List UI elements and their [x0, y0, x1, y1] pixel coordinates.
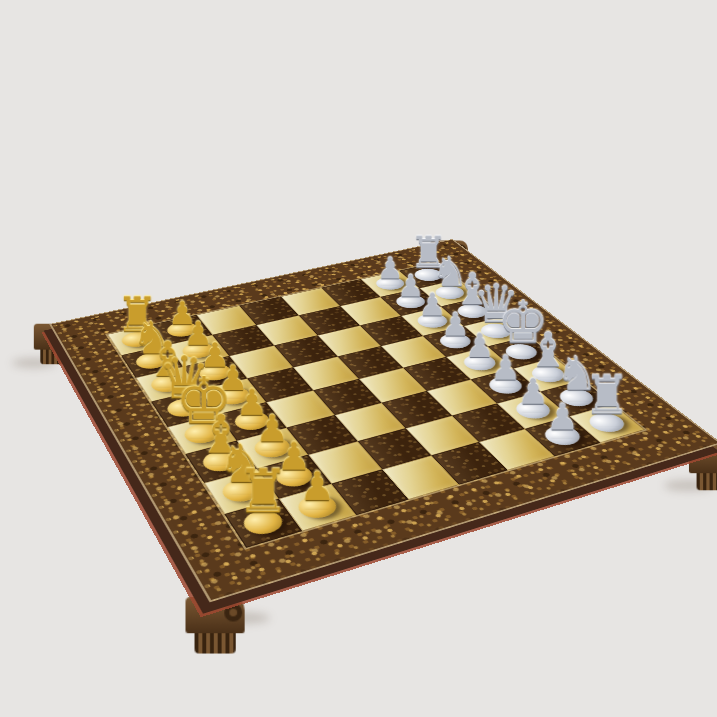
piece-white-rook: ♜	[233, 462, 293, 522]
foot-flutes	[194, 633, 236, 654]
foot-flutes	[696, 473, 717, 490]
piece-black-pawn: ♟	[535, 398, 589, 435]
studio-backdrop: ♜♟♟♜♞♟♟♞♝♟♟♝♛♟♟♛♚♟♟♚♝♟♟♝♞♟♟♞♜♟♟♜	[0, 0, 717, 717]
board-foot-right	[688, 442, 717, 490]
board-grid: ♜♟♟♜♞♟♟♞♝♟♟♝♛♟♟♛♚♟♟♚♝♟♟♝♞♟♟♞♜♟♟♜	[107, 262, 644, 547]
foot-scroll-icon	[185, 597, 244, 633]
piece-white-pawn: ♟	[288, 466, 347, 506]
foot-scroll-icon	[688, 442, 717, 472]
foot-flutes	[40, 349, 70, 364]
scene: ♜♟♟♜♞♟♟♞♝♟♟♝♛♟♟♛♚♟♟♚♝♟♟♝♞♟♟♞♜♟♟♜	[0, 0, 717, 717]
chess-board: ♜♟♟♜♞♟♟♞♝♟♟♝♛♟♟♛♚♟♟♚♝♟♟♝♞♟♟♞♜♟♟♜	[49, 238, 717, 601]
board-foot-left	[33, 323, 76, 364]
board-foot-front	[185, 597, 244, 654]
square-h1: ♜	[224, 498, 302, 547]
foot-scroll-icon	[33, 323, 76, 349]
